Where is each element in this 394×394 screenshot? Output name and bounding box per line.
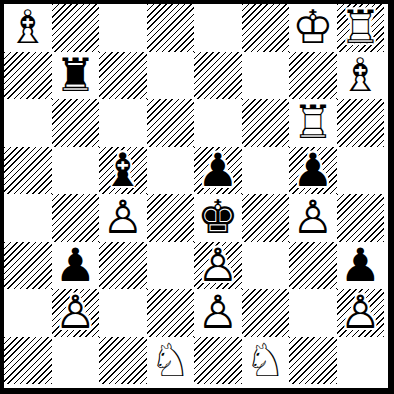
piece-white-bishop: ♗ bbox=[4, 4, 52, 52]
square-c4[interactable]: ♟♙ bbox=[99, 194, 147, 242]
square-c5[interactable]: ♝♝ bbox=[99, 147, 147, 195]
piece-halo: ♞ bbox=[147, 337, 195, 385]
square-b3[interactable]: ♟♟ bbox=[52, 242, 100, 290]
square-d8[interactable] bbox=[147, 4, 195, 52]
square-c8[interactable] bbox=[99, 4, 147, 52]
square-e8[interactable] bbox=[194, 4, 242, 52]
square-b2[interactable]: ♟♙ bbox=[52, 289, 100, 337]
square-c7[interactable] bbox=[99, 52, 147, 100]
piece-white-rook: ♖ bbox=[289, 99, 337, 147]
square-f3[interactable] bbox=[242, 242, 290, 290]
piece-halo: ♟ bbox=[52, 289, 100, 337]
piece-white-pawn: ♙ bbox=[337, 289, 385, 337]
piece-white-pawn: ♙ bbox=[52, 289, 100, 337]
piece-white-knight: ♘ bbox=[242, 337, 290, 385]
square-d5[interactable] bbox=[147, 147, 195, 195]
square-b7[interactable]: ♜♜ bbox=[52, 52, 100, 100]
square-d3[interactable] bbox=[147, 242, 195, 290]
square-h3[interactable]: ♟♟ bbox=[337, 242, 385, 290]
square-h1[interactable] bbox=[337, 337, 385, 385]
piece-halo: ♟ bbox=[194, 242, 242, 290]
square-e4[interactable]: ♚♚ bbox=[194, 194, 242, 242]
piece-white-pawn: ♙ bbox=[194, 242, 242, 290]
piece-white-rook: ♖ bbox=[337, 4, 385, 52]
piece-black-pawn: ♟ bbox=[52, 242, 100, 290]
square-b5[interactable] bbox=[52, 147, 100, 195]
square-b6[interactable] bbox=[52, 99, 100, 147]
piece-halo: ♟ bbox=[289, 147, 337, 195]
square-b1[interactable] bbox=[52, 337, 100, 385]
piece-halo: ♝ bbox=[337, 52, 385, 100]
square-f7[interactable] bbox=[242, 52, 290, 100]
square-g2[interactable] bbox=[289, 289, 337, 337]
square-e6[interactable] bbox=[194, 99, 242, 147]
square-g8[interactable]: ♚♔ bbox=[289, 4, 337, 52]
square-d1[interactable]: ♞♘ bbox=[147, 337, 195, 385]
square-e1[interactable] bbox=[194, 337, 242, 385]
square-a1[interactable] bbox=[4, 337, 52, 385]
piece-halo: ♜ bbox=[337, 4, 385, 52]
piece-black-pawn: ♟ bbox=[337, 242, 385, 290]
piece-black-king: ♚ bbox=[194, 194, 242, 242]
square-a3[interactable] bbox=[4, 242, 52, 290]
piece-halo: ♚ bbox=[289, 4, 337, 52]
piece-black-bishop: ♝ bbox=[99, 147, 147, 195]
square-c3[interactable] bbox=[99, 242, 147, 290]
square-a2[interactable] bbox=[4, 289, 52, 337]
square-e5[interactable]: ♟♟ bbox=[194, 147, 242, 195]
piece-halo: ♟ bbox=[194, 289, 242, 337]
square-e2[interactable]: ♟♙ bbox=[194, 289, 242, 337]
piece-white-bishop: ♗ bbox=[337, 52, 385, 100]
piece-white-pawn: ♙ bbox=[99, 194, 147, 242]
square-a7[interactable] bbox=[4, 52, 52, 100]
square-h2[interactable]: ♟♙ bbox=[337, 289, 385, 337]
square-b4[interactable] bbox=[52, 194, 100, 242]
square-c1[interactable] bbox=[99, 337, 147, 385]
square-g1[interactable] bbox=[289, 337, 337, 385]
piece-halo: ♞ bbox=[242, 337, 290, 385]
piece-halo: ♟ bbox=[194, 147, 242, 195]
square-c2[interactable] bbox=[99, 289, 147, 337]
square-h4[interactable] bbox=[337, 194, 385, 242]
square-g3[interactable] bbox=[289, 242, 337, 290]
piece-halo: ♟ bbox=[337, 242, 385, 290]
square-d2[interactable] bbox=[147, 289, 195, 337]
square-h7[interactable]: ♝♗ bbox=[337, 52, 385, 100]
piece-halo: ♚ bbox=[194, 194, 242, 242]
square-g7[interactable] bbox=[289, 52, 337, 100]
square-f6[interactable] bbox=[242, 99, 290, 147]
square-f8[interactable] bbox=[242, 4, 290, 52]
piece-halo: ♝ bbox=[99, 147, 147, 195]
square-h5[interactable] bbox=[337, 147, 385, 195]
square-h8[interactable]: ♜♖ bbox=[337, 4, 385, 52]
square-d7[interactable] bbox=[147, 52, 195, 100]
square-f5[interactable] bbox=[242, 147, 290, 195]
piece-halo: ♟ bbox=[289, 194, 337, 242]
square-g6[interactable]: ♜♖ bbox=[289, 99, 337, 147]
piece-black-pawn: ♟ bbox=[194, 147, 242, 195]
piece-white-knight: ♘ bbox=[147, 337, 195, 385]
square-f2[interactable] bbox=[242, 289, 290, 337]
square-a8[interactable]: ♝♗ bbox=[4, 4, 52, 52]
square-a4[interactable] bbox=[4, 194, 52, 242]
square-d4[interactable] bbox=[147, 194, 195, 242]
square-a5[interactable] bbox=[4, 147, 52, 195]
square-f1[interactable]: ♞♘ bbox=[242, 337, 290, 385]
square-g5[interactable]: ♟♟ bbox=[289, 147, 337, 195]
square-f4[interactable] bbox=[242, 194, 290, 242]
piece-halo: ♜ bbox=[52, 52, 100, 100]
board-panel: ♝♗♚♔♜♖♜♜♝♗♜♖♝♝♟♟♟♟♟♙♚♚♟♙♟♟♟♙♟♟♟♙♟♙♟♙♞♘♞♘ bbox=[4, 4, 388, 388]
square-e3[interactable]: ♟♙ bbox=[194, 242, 242, 290]
square-a6[interactable] bbox=[4, 99, 52, 147]
piece-halo: ♟ bbox=[99, 194, 147, 242]
piece-white-king: ♔ bbox=[289, 4, 337, 52]
piece-halo: ♟ bbox=[337, 289, 385, 337]
piece-black-pawn: ♟ bbox=[289, 147, 337, 195]
piece-halo: ♝ bbox=[4, 4, 52, 52]
piece-halo: ♜ bbox=[289, 99, 337, 147]
square-g4[interactable]: ♟♙ bbox=[289, 194, 337, 242]
piece-halo: ♟ bbox=[52, 242, 100, 290]
square-b8[interactable] bbox=[52, 4, 100, 52]
piece-white-pawn: ♙ bbox=[194, 289, 242, 337]
square-h6[interactable] bbox=[337, 99, 385, 147]
square-c6[interactable] bbox=[99, 99, 147, 147]
chess-board: ♝♗♚♔♜♖♜♜♝♗♜♖♝♝♟♟♟♟♟♙♚♚♟♙♟♟♟♙♟♟♟♙♟♙♟♙♞♘♞♘ bbox=[4, 4, 384, 384]
board-frame: ♝♗♚♔♜♖♜♜♝♗♜♖♝♝♟♟♟♟♟♙♚♚♟♙♟♟♟♙♟♟♟♙♟♙♟♙♞♘♞♘ bbox=[0, 0, 394, 394]
square-d6[interactable] bbox=[147, 99, 195, 147]
piece-white-pawn: ♙ bbox=[289, 194, 337, 242]
piece-black-rook: ♜ bbox=[52, 52, 100, 100]
square-e7[interactable] bbox=[194, 52, 242, 100]
